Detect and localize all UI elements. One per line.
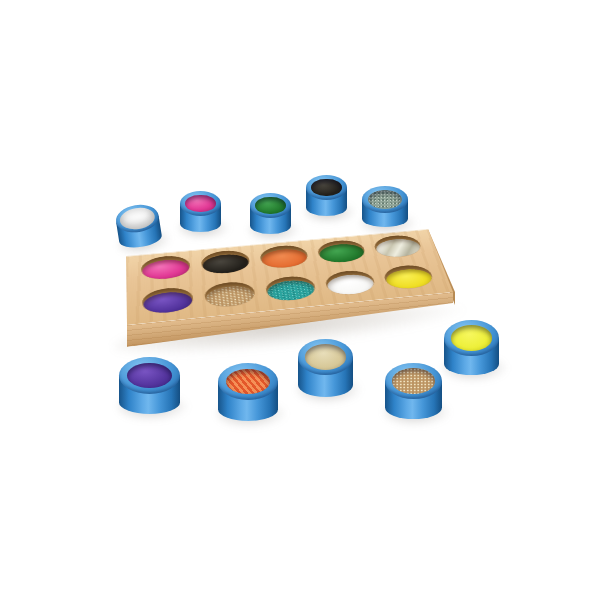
recess-rim — [381, 264, 436, 291]
recess-texture — [373, 237, 422, 258]
cylinder-top-rim — [385, 363, 442, 399]
texture-cylinder-above-4[interactable] — [306, 175, 347, 216]
board-recess-r1c1[interactable] — [136, 254, 198, 282]
board-recess-r2c2[interactable] — [198, 280, 262, 310]
recess-texture — [383, 267, 434, 290]
recess-texture — [202, 253, 250, 275]
cylinder-top-rim — [362, 186, 408, 213]
recess-texture — [325, 273, 376, 296]
cylinder-top-rim — [306, 175, 347, 200]
recess-rim — [264, 275, 317, 303]
cylinder-top-rim — [250, 193, 291, 218]
board-recess-r2c3[interactable] — [258, 274, 323, 304]
cylinder-texture — [368, 190, 402, 209]
cylinder-texture — [311, 179, 341, 197]
cylinder-texture — [118, 205, 156, 231]
texture-cylinder-above-5[interactable] — [362, 186, 408, 227]
recess-rim — [201, 249, 252, 276]
cylinder-texture — [451, 325, 492, 350]
board-recess-r1c5[interactable] — [366, 233, 429, 259]
recess-rim — [371, 234, 423, 259]
cylinder-texture — [185, 195, 215, 213]
board-recess-r1c2[interactable] — [195, 248, 257, 276]
recess-rim — [142, 286, 194, 316]
cylinder-texture — [255, 197, 285, 215]
cylinder-top-rim — [119, 357, 180, 394]
texture-cylinder-below-1[interactable] — [119, 357, 180, 414]
texture-cylinder-below-3[interactable] — [298, 339, 353, 397]
recess-rim — [315, 239, 367, 265]
cylinder-top-rim — [180, 191, 221, 216]
recess-texture — [266, 279, 317, 303]
recess-rim — [141, 254, 191, 281]
recess-texture — [317, 242, 366, 264]
recess-rim — [204, 280, 257, 309]
cylinder-top-rim — [218, 363, 278, 400]
cylinder-top-rim — [298, 339, 353, 375]
board-recess-r1c4[interactable] — [310, 238, 373, 265]
recess-rim — [323, 269, 377, 297]
texture-cylinder-below-2[interactable] — [218, 363, 278, 421]
cylinder-texture — [127, 363, 172, 389]
cylinder-texture — [226, 369, 270, 395]
recess-texture — [205, 284, 255, 308]
cylinder-top-rim — [444, 320, 499, 356]
recess-texture — [260, 248, 309, 270]
texture-cylinder-above-3[interactable] — [250, 193, 291, 234]
board-recess-r2c1[interactable] — [136, 285, 200, 316]
cylinder-texture — [305, 344, 346, 369]
board-recess-r2c4[interactable] — [318, 268, 383, 297]
recess-texture — [144, 290, 194, 315]
cylinder-texture — [392, 368, 434, 393]
texture-cylinder-below-5[interactable] — [444, 320, 499, 375]
recess-texture — [142, 258, 190, 281]
recess-rim — [259, 244, 310, 270]
texture-cylinder-above-2[interactable] — [180, 191, 221, 232]
board-recess-r1c3[interactable] — [253, 243, 315, 270]
product-photo-touch-game — [0, 0, 600, 600]
texture-cylinder-above-1[interactable] — [114, 202, 163, 250]
board-recess-r2c5[interactable] — [376, 263, 442, 292]
texture-cylinder-below-4[interactable] — [385, 363, 442, 419]
